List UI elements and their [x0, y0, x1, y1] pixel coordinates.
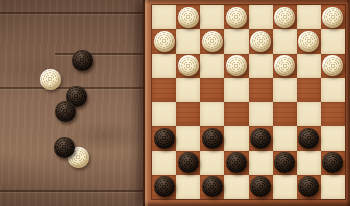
square-r5c6-dark[interactable] [297, 126, 321, 150]
square-r2c0-light[interactable] [152, 54, 176, 78]
white-piece[interactable] [250, 31, 271, 52]
white-piece[interactable] [274, 7, 295, 28]
square-r6c3-dark[interactable] [224, 151, 248, 175]
square-r4c1-dark[interactable] [176, 102, 200, 126]
black-piece[interactable] [202, 128, 223, 149]
square-r3c0-dark[interactable] [152, 78, 176, 102]
square-r3c1-light[interactable] [176, 78, 200, 102]
square-r4c3-dark[interactable] [224, 102, 248, 126]
square-r4c7-dark[interactable] [321, 102, 345, 126]
square-r5c1-light[interactable] [176, 126, 200, 150]
square-r1c6-dark[interactable] [297, 29, 321, 53]
square-r2c4-light[interactable] [249, 54, 273, 78]
square-r0c5-dark[interactable] [273, 5, 297, 29]
black-piece[interactable] [202, 176, 223, 197]
square-r3c3-light[interactable] [224, 78, 248, 102]
square-r5c0-dark[interactable] [152, 126, 176, 150]
square-r2c6-light[interactable] [297, 54, 321, 78]
square-r2c3-dark[interactable] [224, 54, 248, 78]
square-r5c2-dark[interactable] [200, 126, 224, 150]
black-piece[interactable] [154, 128, 175, 149]
tray-black-piece [55, 101, 76, 122]
square-r6c5-dark[interactable] [273, 151, 297, 175]
black-piece[interactable] [178, 152, 199, 173]
square-r2c7-dark[interactable] [321, 54, 345, 78]
square-r5c3-light[interactable] [224, 126, 248, 150]
square-r6c0-light[interactable] [152, 151, 176, 175]
square-r1c5-light[interactable] [273, 29, 297, 53]
black-piece[interactable] [250, 128, 271, 149]
square-r5c7-light[interactable] [321, 126, 345, 150]
square-r1c4-dark[interactable] [249, 29, 273, 53]
black-piece[interactable] [298, 128, 319, 149]
tray-black-piece [72, 50, 93, 71]
square-r1c2-dark[interactable] [200, 29, 224, 53]
square-r6c4-light[interactable] [249, 151, 273, 175]
square-r7c5-light[interactable] [273, 175, 297, 199]
tray-white-piece [40, 69, 61, 90]
square-r3c7-light[interactable] [321, 78, 345, 102]
white-piece[interactable] [322, 55, 343, 76]
square-r4c6-light[interactable] [297, 102, 321, 126]
white-piece[interactable] [322, 7, 343, 28]
square-r6c1-dark[interactable] [176, 151, 200, 175]
square-r1c1-light[interactable] [176, 29, 200, 53]
square-r7c2-dark[interactable] [200, 175, 224, 199]
square-r4c4-light[interactable] [249, 102, 273, 126]
board-frame [143, 0, 350, 206]
tray-black-piece [54, 137, 75, 158]
square-r0c3-dark[interactable] [224, 5, 248, 29]
square-r5c4-dark[interactable] [249, 126, 273, 150]
square-r0c1-dark[interactable] [176, 5, 200, 29]
black-piece[interactable] [274, 152, 295, 173]
square-r5c5-light[interactable] [273, 126, 297, 150]
white-piece[interactable] [154, 31, 175, 52]
square-r1c0-dark[interactable] [152, 29, 176, 53]
square-r0c4-light[interactable] [249, 5, 273, 29]
square-r0c7-dark[interactable] [321, 5, 345, 29]
square-r3c4-dark[interactable] [249, 78, 273, 102]
white-piece[interactable] [274, 55, 295, 76]
square-r7c1-light[interactable] [176, 175, 200, 199]
square-r0c0-light[interactable] [152, 5, 176, 29]
checkers-board [152, 5, 345, 199]
square-r3c6-dark[interactable] [297, 78, 321, 102]
square-r1c7-light[interactable] [321, 29, 345, 53]
square-r2c5-dark[interactable] [273, 54, 297, 78]
square-r2c1-dark[interactable] [176, 54, 200, 78]
white-piece[interactable] [226, 7, 247, 28]
square-r7c0-dark[interactable] [152, 175, 176, 199]
square-r7c3-light[interactable] [224, 175, 248, 199]
square-r0c6-light[interactable] [297, 5, 321, 29]
black-piece[interactable] [226, 152, 247, 173]
white-piece[interactable] [178, 7, 199, 28]
square-r7c7-light[interactable] [321, 175, 345, 199]
square-r4c0-light[interactable] [152, 102, 176, 126]
square-r3c5-light[interactable] [273, 78, 297, 102]
square-r0c2-light[interactable] [200, 5, 224, 29]
square-r4c2-light[interactable] [200, 102, 224, 126]
square-r2c2-light[interactable] [200, 54, 224, 78]
square-r4c5-dark[interactable] [273, 102, 297, 126]
black-piece[interactable] [298, 176, 319, 197]
black-piece[interactable] [154, 176, 175, 197]
black-piece[interactable] [322, 152, 343, 173]
square-r6c6-light[interactable] [297, 151, 321, 175]
square-r6c7-dark[interactable] [321, 151, 345, 175]
square-r1c3-light[interactable] [224, 29, 248, 53]
white-piece[interactable] [202, 31, 223, 52]
square-r3c2-dark[interactable] [200, 78, 224, 102]
white-piece[interactable] [178, 55, 199, 76]
square-r7c6-dark[interactable] [297, 175, 321, 199]
square-r7c4-dark[interactable] [249, 175, 273, 199]
white-piece[interactable] [226, 55, 247, 76]
white-piece[interactable] [298, 31, 319, 52]
square-r6c2-light[interactable] [200, 151, 224, 175]
black-piece[interactable] [250, 176, 271, 197]
